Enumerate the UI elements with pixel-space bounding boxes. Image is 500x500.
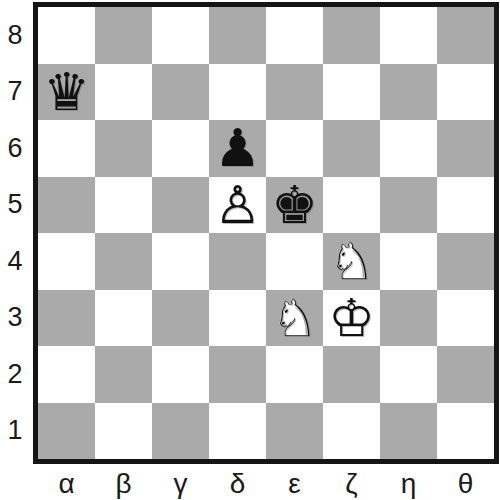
white-knight: ♞♘ bbox=[266, 290, 323, 347]
piece-glyph: ♛ bbox=[38, 64, 95, 121]
square-α8 bbox=[38, 7, 95, 64]
file-label-δ: δ bbox=[209, 467, 266, 500]
square-β6 bbox=[95, 120, 152, 177]
square-ε7 bbox=[266, 64, 323, 121]
piece-glyph: ♚ bbox=[266, 177, 323, 234]
square-β1 bbox=[95, 403, 152, 460]
square-ζ1 bbox=[323, 403, 380, 460]
square-γ4 bbox=[152, 233, 209, 290]
rank-label-1: 1 bbox=[0, 403, 30, 460]
square-γ3 bbox=[152, 290, 209, 347]
square-β4 bbox=[95, 233, 152, 290]
square-δ2 bbox=[209, 346, 266, 403]
square-α6 bbox=[38, 120, 95, 177]
square-ζ3: ♚♔ bbox=[323, 290, 380, 347]
square-δ3 bbox=[209, 290, 266, 347]
square-ζ7 bbox=[323, 64, 380, 121]
square-α5 bbox=[38, 177, 95, 234]
rank-label-8: 8 bbox=[0, 7, 30, 64]
square-δ6: ♟ bbox=[209, 120, 266, 177]
square-θ6 bbox=[437, 120, 494, 177]
square-ε1 bbox=[266, 403, 323, 460]
square-η3 bbox=[380, 290, 437, 347]
rank-label-5: 5 bbox=[0, 177, 30, 234]
rank-label-2: 2 bbox=[0, 346, 30, 403]
square-β3 bbox=[95, 290, 152, 347]
chess-diagram: 87654321 ♛♟♟♙♚♞♘♞♘♚♔ αβγδεζηθ bbox=[0, 0, 500, 500]
square-θ1 bbox=[437, 403, 494, 460]
file-label-θ: θ bbox=[437, 467, 494, 500]
square-η5 bbox=[380, 177, 437, 234]
black-king: ♚ bbox=[266, 177, 323, 234]
square-θ8 bbox=[437, 7, 494, 64]
chess-board: ♛♟♟♙♚♞♘♞♘♚♔ bbox=[38, 7, 494, 459]
square-γ2 bbox=[152, 346, 209, 403]
square-β7 bbox=[95, 64, 152, 121]
square-ε3: ♞♘ bbox=[266, 290, 323, 347]
rank-labels: 87654321 bbox=[0, 7, 30, 459]
square-η4 bbox=[380, 233, 437, 290]
square-γ1 bbox=[152, 403, 209, 460]
rank-label-4: 4 bbox=[0, 233, 30, 290]
file-label-ζ: ζ bbox=[323, 467, 380, 500]
square-α1 bbox=[38, 403, 95, 460]
square-ε8 bbox=[266, 7, 323, 64]
piece-glyph: ♙ bbox=[209, 177, 266, 234]
square-ε5: ♚ bbox=[266, 177, 323, 234]
piece-glyph: ♘ bbox=[266, 290, 323, 347]
square-δ8 bbox=[209, 7, 266, 64]
square-ε4 bbox=[266, 233, 323, 290]
square-ζ2 bbox=[323, 346, 380, 403]
square-δ7 bbox=[209, 64, 266, 121]
square-δ1 bbox=[209, 403, 266, 460]
file-labels: αβγδεζηθ bbox=[38, 467, 494, 500]
square-α7: ♛ bbox=[38, 64, 95, 121]
square-η7 bbox=[380, 64, 437, 121]
square-β2 bbox=[95, 346, 152, 403]
square-η1 bbox=[380, 403, 437, 460]
square-θ2 bbox=[437, 346, 494, 403]
square-ζ5 bbox=[323, 177, 380, 234]
square-η8 bbox=[380, 7, 437, 64]
file-label-γ: γ bbox=[152, 467, 209, 500]
square-θ7 bbox=[437, 64, 494, 121]
black-pawn: ♟ bbox=[209, 120, 266, 177]
piece-glyph: ♔ bbox=[323, 290, 380, 347]
rank-label-7: 7 bbox=[0, 64, 30, 121]
square-γ6 bbox=[152, 120, 209, 177]
square-δ4 bbox=[209, 233, 266, 290]
square-δ5: ♟♙ bbox=[209, 177, 266, 234]
square-β5 bbox=[95, 177, 152, 234]
file-label-ε: ε bbox=[266, 467, 323, 500]
rank-label-3: 3 bbox=[0, 290, 30, 347]
square-ζ8 bbox=[323, 7, 380, 64]
square-ζ4: ♞♘ bbox=[323, 233, 380, 290]
black-queen: ♛ bbox=[38, 64, 95, 121]
square-β8 bbox=[95, 7, 152, 64]
square-θ3 bbox=[437, 290, 494, 347]
file-label-α: α bbox=[38, 467, 95, 500]
square-α2 bbox=[38, 346, 95, 403]
square-θ4 bbox=[437, 233, 494, 290]
board-frame: ♛♟♟♙♚♞♘♞♘♚♔ bbox=[33, 2, 499, 464]
square-α4 bbox=[38, 233, 95, 290]
square-η2 bbox=[380, 346, 437, 403]
white-knight: ♞♘ bbox=[323, 233, 380, 290]
square-α3 bbox=[38, 290, 95, 347]
white-king: ♚♔ bbox=[323, 290, 380, 347]
square-ζ6 bbox=[323, 120, 380, 177]
piece-glyph: ♘ bbox=[323, 233, 380, 290]
rank-label-6: 6 bbox=[0, 120, 30, 177]
file-label-η: η bbox=[380, 467, 437, 500]
square-ε2 bbox=[266, 346, 323, 403]
square-θ5 bbox=[437, 177, 494, 234]
file-label-β: β bbox=[95, 467, 152, 500]
white-pawn: ♟♙ bbox=[209, 177, 266, 234]
square-γ8 bbox=[152, 7, 209, 64]
square-η6 bbox=[380, 120, 437, 177]
square-γ7 bbox=[152, 64, 209, 121]
square-ε6 bbox=[266, 120, 323, 177]
square-γ5 bbox=[152, 177, 209, 234]
piece-glyph: ♟ bbox=[209, 120, 266, 177]
